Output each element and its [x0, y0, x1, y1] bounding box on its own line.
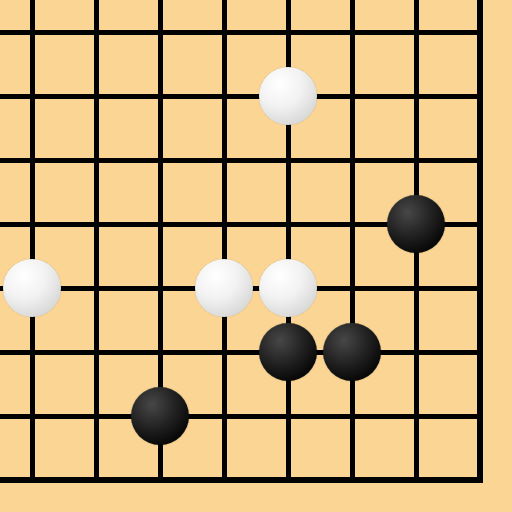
white-stone[interactable]	[3, 259, 61, 317]
grid-line-horizontal	[0, 158, 483, 163]
white-stone[interactable]	[195, 259, 253, 317]
black-stone[interactable]	[131, 387, 189, 445]
black-stone[interactable]	[323, 323, 381, 381]
go-board[interactable]	[0, 0, 512, 512]
grid-line-horizontal	[0, 94, 483, 99]
white-stone[interactable]	[259, 259, 317, 317]
grid-line-vertical	[94, 0, 99, 483]
white-stone[interactable]	[259, 67, 317, 125]
board-edge-line-right	[477, 0, 483, 483]
grid-line-vertical	[222, 0, 227, 483]
grid-line-horizontal	[0, 414, 483, 419]
grid-line-horizontal	[0, 30, 483, 35]
grid-line-vertical	[350, 0, 355, 483]
grid-line-vertical	[30, 0, 35, 483]
black-stone[interactable]	[387, 195, 445, 253]
board-edge-line-bottom	[0, 477, 483, 483]
go-board-viewport	[0, 0, 512, 512]
black-stone[interactable]	[259, 323, 317, 381]
grid-line-horizontal	[0, 350, 483, 355]
